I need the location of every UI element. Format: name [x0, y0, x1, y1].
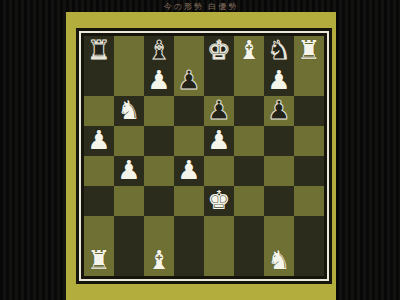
square-h8[interactable]: ♜ [294, 36, 324, 66]
square-f2[interactable] [234, 216, 264, 246]
black-pawn[interactable]: ♟ [207, 97, 230, 123]
square-d2[interactable] [174, 216, 204, 246]
square-d7[interactable]: ♟ [174, 66, 204, 96]
square-a6[interactable] [84, 96, 114, 126]
square-c4[interactable] [144, 156, 174, 186]
square-g6[interactable]: ♟ [264, 96, 294, 126]
square-c7[interactable]: ♟ [144, 66, 174, 96]
black-knight[interactable]: ♞ [267, 37, 290, 63]
square-b2[interactable] [114, 216, 144, 246]
square-f3[interactable] [234, 186, 264, 216]
square-h5[interactable] [294, 126, 324, 156]
square-e7[interactable] [204, 66, 234, 96]
white-bishop[interactable]: ♝ [237, 37, 260, 63]
white-pawn[interactable]: ♟ [147, 67, 170, 93]
board-panel: ♜♝♚♝♞♜♟♟♟♞♟♟♟♟♟♟♚♜♝♞ [66, 12, 336, 300]
board-inner-border: ♜♝♚♝♞♜♟♟♟♞♟♟♟♟♟♟♚♜♝♞ [79, 31, 329, 281]
white-rook[interactable]: ♜ [297, 37, 320, 63]
square-a2[interactable] [84, 216, 114, 246]
white-rook[interactable]: ♜ [87, 247, 110, 273]
square-h7[interactable] [294, 66, 324, 96]
chess-board: ♜♝♚♝♞♜♟♟♟♞♟♟♟♟♟♟♚♜♝♞ [76, 28, 332, 284]
black-rook[interactable]: ♜ [87, 37, 110, 63]
square-d8[interactable] [174, 36, 204, 66]
white-pawn[interactable]: ♟ [207, 127, 230, 153]
white-pawn[interactable]: ♟ [177, 157, 200, 183]
square-h2[interactable] [294, 216, 324, 246]
square-g7[interactable]: ♟ [264, 66, 294, 96]
white-king[interactable]: ♚ [207, 187, 230, 213]
square-c6[interactable] [144, 96, 174, 126]
square-g8[interactable]: ♞ [264, 36, 294, 66]
black-bishop[interactable]: ♝ [147, 37, 170, 63]
white-pawn[interactable]: ♟ [117, 157, 140, 183]
square-f8[interactable]: ♝ [234, 36, 264, 66]
square-c2[interactable] [144, 216, 174, 246]
square-b5[interactable] [114, 126, 144, 156]
white-pawn[interactable]: ♟ [87, 127, 110, 153]
square-e6[interactable]: ♟ [204, 96, 234, 126]
square-e2[interactable] [204, 216, 234, 246]
square-d4[interactable]: ♟ [174, 156, 204, 186]
square-f4[interactable] [234, 156, 264, 186]
square-b8[interactable] [114, 36, 144, 66]
square-d6[interactable] [174, 96, 204, 126]
square-d3[interactable] [174, 186, 204, 216]
square-b3[interactable] [114, 186, 144, 216]
square-d5[interactable] [174, 126, 204, 156]
square-b6[interactable]: ♞ [114, 96, 144, 126]
square-d1[interactable] [174, 246, 204, 276]
square-h6[interactable] [294, 96, 324, 126]
white-knight[interactable]: ♞ [117, 97, 140, 123]
square-a4[interactable] [84, 156, 114, 186]
letterbox-screen: 今の形勢 白優勢 ♜♝♚♝♞♜♟♟♟♞♟♟♟♟♟♟♚♜♝♞ [0, 0, 400, 300]
white-knight[interactable]: ♞ [267, 247, 290, 273]
square-a3[interactable] [84, 186, 114, 216]
square-a1[interactable]: ♜ [84, 246, 114, 276]
white-bishop[interactable]: ♝ [147, 247, 170, 273]
square-b4[interactable]: ♟ [114, 156, 144, 186]
square-a5[interactable]: ♟ [84, 126, 114, 156]
square-f6[interactable] [234, 96, 264, 126]
white-pawn[interactable]: ♟ [267, 67, 290, 93]
square-e1[interactable] [204, 246, 234, 276]
square-c1[interactable]: ♝ [144, 246, 174, 276]
board-grid: ♜♝♚♝♞♜♟♟♟♞♟♟♟♟♟♟♚♜♝♞ [84, 36, 324, 276]
square-a8[interactable]: ♜ [84, 36, 114, 66]
square-c5[interactable] [144, 126, 174, 156]
square-e8[interactable]: ♚ [204, 36, 234, 66]
square-a7[interactable] [84, 66, 114, 96]
square-h3[interactable] [294, 186, 324, 216]
square-h1[interactable] [294, 246, 324, 276]
square-c3[interactable] [144, 186, 174, 216]
square-h4[interactable] [294, 156, 324, 186]
square-e3[interactable]: ♚ [204, 186, 234, 216]
square-b1[interactable] [114, 246, 144, 276]
square-g2[interactable] [264, 216, 294, 246]
square-f1[interactable] [234, 246, 264, 276]
square-c8[interactable]: ♝ [144, 36, 174, 66]
black-pawn[interactable]: ♟ [267, 97, 290, 123]
square-e5[interactable]: ♟ [204, 126, 234, 156]
square-f5[interactable] [234, 126, 264, 156]
square-e4[interactable] [204, 156, 234, 186]
square-f7[interactable] [234, 66, 264, 96]
square-g5[interactable] [264, 126, 294, 156]
broadcast-caption: 今の形勢 白優勢 [66, 2, 336, 12]
black-king[interactable]: ♚ [207, 37, 230, 63]
square-b7[interactable] [114, 66, 144, 96]
square-g3[interactable] [264, 186, 294, 216]
square-g4[interactable] [264, 156, 294, 186]
black-pawn[interactable]: ♟ [177, 67, 200, 93]
square-g1[interactable]: ♞ [264, 246, 294, 276]
